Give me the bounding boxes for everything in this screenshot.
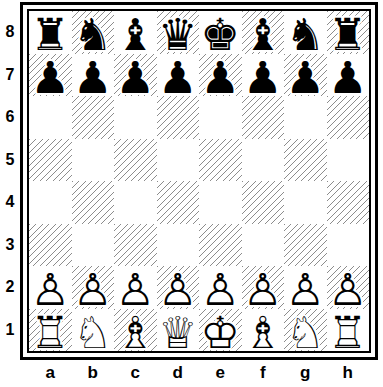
rank-label-2: 2 xyxy=(0,266,20,309)
piece-halo: ♜ xyxy=(327,11,370,54)
file-label-f: f xyxy=(242,360,285,386)
square-h7[interactable]: ♟♟ xyxy=(327,54,370,97)
piece-halo: ♝ xyxy=(242,309,285,352)
piece-glyph: ♖ xyxy=(29,309,72,352)
square-g8[interactable]: ♞♞ xyxy=(284,11,327,54)
square-b7[interactable]: ♟♟ xyxy=(72,54,115,97)
square-f1[interactable]: ♝♗ xyxy=(242,309,285,352)
square-g4[interactable] xyxy=(284,181,327,224)
square-d2[interactable]: ♟♙ xyxy=(157,266,200,309)
piece-glyph: ♟ xyxy=(157,54,200,97)
piece-glyph: ♝ xyxy=(242,11,285,54)
square-a5[interactable] xyxy=(29,139,72,182)
piece-halo: ♟ xyxy=(72,54,115,97)
piece-halo: ♝ xyxy=(242,11,285,54)
square-f7[interactable]: ♟♟ xyxy=(242,54,285,97)
piece-white-knight[interactable]: ♞♘ xyxy=(72,309,115,352)
piece-halo: ♜ xyxy=(29,309,72,352)
square-a3[interactable] xyxy=(29,224,72,267)
piece-black-knight[interactable]: ♞♞ xyxy=(284,11,327,54)
square-d6[interactable] xyxy=(157,96,200,139)
file-label-b: b xyxy=(72,360,115,386)
square-f4[interactable] xyxy=(242,181,285,224)
piece-halo: ♟ xyxy=(327,54,370,97)
square-c8[interactable]: ♝♝ xyxy=(114,11,157,54)
piece-black-queen[interactable]: ♛♛ xyxy=(157,11,200,54)
piece-glyph: ♟ xyxy=(242,54,285,97)
file-label-g: g xyxy=(284,360,327,386)
chess-board-diagram: 87654321 ♜♜♞♞♝♝♛♛♚♚♝♝♞♞♜♜♟♟♟♟♟♟♟♟♟♟♟♟♟♟♟… xyxy=(0,0,383,387)
square-b4[interactable] xyxy=(72,181,115,224)
square-b6[interactable] xyxy=(72,96,115,139)
file-label-e: e xyxy=(199,360,242,386)
piece-black-bishop[interactable]: ♝♝ xyxy=(242,11,285,54)
rank-label-6: 6 xyxy=(0,96,20,139)
piece-glyph: ♙ xyxy=(72,266,115,309)
square-h3[interactable] xyxy=(327,224,370,267)
square-a1[interactable]: ♜♖ xyxy=(29,309,72,352)
piece-glyph: ♝ xyxy=(114,11,157,54)
square-f2[interactable]: ♟♙ xyxy=(242,266,285,309)
square-d8[interactable]: ♛♛ xyxy=(157,11,200,54)
piece-halo: ♚ xyxy=(199,309,242,352)
file-label-a: a xyxy=(29,360,72,386)
piece-halo: ♛ xyxy=(157,11,200,54)
piece-glyph: ♖ xyxy=(327,309,370,352)
square-e5[interactable] xyxy=(199,139,242,182)
piece-glyph: ♟ xyxy=(327,54,370,97)
square-c6[interactable] xyxy=(114,96,157,139)
piece-halo: ♟ xyxy=(72,266,115,309)
piece-halo: ♟ xyxy=(199,54,242,97)
piece-glyph: ♟ xyxy=(29,54,72,97)
square-a2[interactable]: ♟♙ xyxy=(29,266,72,309)
piece-glyph: ♟ xyxy=(72,54,115,97)
piece-halo: ♞ xyxy=(72,11,115,54)
square-f6[interactable] xyxy=(242,96,285,139)
square-b2[interactable]: ♟♙ xyxy=(72,266,115,309)
piece-halo: ♟ xyxy=(327,266,370,309)
square-h6[interactable] xyxy=(327,96,370,139)
square-a8[interactable]: ♜♜ xyxy=(29,11,72,54)
square-d7[interactable]: ♟♟ xyxy=(157,54,200,97)
rank-label-5: 5 xyxy=(0,139,20,182)
piece-halo: ♚ xyxy=(199,11,242,54)
chess-board: ♜♜♞♞♝♝♛♛♚♚♝♝♞♞♜♜♟♟♟♟♟♟♟♟♟♟♟♟♟♟♟♟♟♙♟♙♟♙♟♙… xyxy=(29,11,369,351)
piece-halo: ♟ xyxy=(284,266,327,309)
square-g3[interactable] xyxy=(284,224,327,267)
piece-halo: ♟ xyxy=(114,54,157,97)
piece-glyph: ♙ xyxy=(199,266,242,309)
piece-halo: ♟ xyxy=(242,54,285,97)
piece-white-king[interactable]: ♚♔ xyxy=(199,309,242,352)
piece-black-pawn[interactable]: ♟♟ xyxy=(72,54,115,97)
piece-glyph: ♙ xyxy=(157,266,200,309)
piece-white-bishop[interactable]: ♝♗ xyxy=(114,309,157,352)
piece-white-queen[interactable]: ♛♕ xyxy=(157,309,200,352)
square-f5[interactable] xyxy=(242,139,285,182)
square-c3[interactable] xyxy=(114,224,157,267)
piece-white-pawn[interactable]: ♟♙ xyxy=(199,266,242,309)
piece-halo: ♟ xyxy=(284,54,327,97)
piece-black-pawn[interactable]: ♟♟ xyxy=(29,54,72,97)
piece-white-pawn[interactable]: ♟♙ xyxy=(284,266,327,309)
piece-black-rook[interactable]: ♜♜ xyxy=(29,11,72,54)
rank-label-4: 4 xyxy=(0,181,20,224)
piece-halo: ♞ xyxy=(72,309,115,352)
piece-glyph: ♔ xyxy=(199,309,242,352)
piece-halo: ♜ xyxy=(327,309,370,352)
square-e4[interactable] xyxy=(199,181,242,224)
square-g5[interactable] xyxy=(284,139,327,182)
piece-halo: ♜ xyxy=(29,11,72,54)
square-h4[interactable] xyxy=(327,181,370,224)
piece-glyph: ♟ xyxy=(114,54,157,97)
piece-white-pawn[interactable]: ♟♙ xyxy=(72,266,115,309)
square-f3[interactable] xyxy=(242,224,285,267)
square-h1[interactable]: ♜♖ xyxy=(327,309,370,352)
piece-glyph: ♗ xyxy=(242,309,285,352)
piece-glyph: ♙ xyxy=(284,266,327,309)
piece-glyph: ♚ xyxy=(199,11,242,54)
piece-glyph: ♙ xyxy=(114,266,157,309)
square-a4[interactable] xyxy=(29,181,72,224)
piece-black-pawn[interactable]: ♟♟ xyxy=(157,54,200,97)
file-label-h: h xyxy=(327,360,370,386)
piece-black-pawn[interactable]: ♟♟ xyxy=(242,54,285,97)
square-h8[interactable]: ♜♜ xyxy=(327,11,370,54)
piece-glyph: ♛ xyxy=(157,11,200,54)
piece-glyph: ♜ xyxy=(29,11,72,54)
piece-halo: ♟ xyxy=(199,266,242,309)
square-d1[interactable]: ♛♕ xyxy=(157,309,200,352)
board-frame: ♜♜♞♞♝♝♛♛♚♚♝♝♞♞♜♜♟♟♟♟♟♟♟♟♟♟♟♟♟♟♟♟♟♙♟♙♟♙♟♙… xyxy=(20,2,378,360)
square-c5[interactable] xyxy=(114,139,157,182)
square-c1[interactable]: ♝♗ xyxy=(114,309,157,352)
square-a6[interactable] xyxy=(29,96,72,139)
piece-white-pawn[interactable]: ♟♙ xyxy=(29,266,72,309)
rank-label-8: 8 xyxy=(0,11,20,54)
piece-glyph: ♙ xyxy=(29,266,72,309)
piece-halo: ♛ xyxy=(157,309,200,352)
square-b3[interactable] xyxy=(72,224,115,267)
piece-glyph: ♟ xyxy=(199,54,242,97)
piece-white-rook[interactable]: ♜♖ xyxy=(29,309,72,352)
square-c7[interactable]: ♟♟ xyxy=(114,54,157,97)
piece-black-pawn[interactable]: ♟♟ xyxy=(114,54,157,97)
piece-black-pawn[interactable]: ♟♟ xyxy=(327,54,370,97)
board-inner-border: ♜♜♞♞♝♝♛♛♚♚♝♝♞♞♜♜♟♟♟♟♟♟♟♟♟♟♟♟♟♟♟♟♟♙♟♙♟♙♟♙… xyxy=(27,9,371,353)
piece-glyph: ♜ xyxy=(327,11,370,54)
square-e3[interactable] xyxy=(199,224,242,267)
file-label-d: d xyxy=(157,360,200,386)
piece-black-king[interactable]: ♚♚ xyxy=(199,11,242,54)
piece-halo: ♞ xyxy=(284,309,327,352)
square-c2[interactable]: ♟♙ xyxy=(114,266,157,309)
square-b1[interactable]: ♞♘ xyxy=(72,309,115,352)
piece-black-pawn[interactable]: ♟♟ xyxy=(284,54,327,97)
piece-white-rook[interactable]: ♜♖ xyxy=(327,309,370,352)
rank-labels: 87654321 xyxy=(0,11,20,351)
square-c4[interactable] xyxy=(114,181,157,224)
piece-halo: ♟ xyxy=(29,266,72,309)
square-b8[interactable]: ♞♞ xyxy=(72,11,115,54)
square-e1[interactable]: ♚♔ xyxy=(199,309,242,352)
square-a7[interactable]: ♟♟ xyxy=(29,54,72,97)
piece-white-pawn[interactable]: ♟♙ xyxy=(114,266,157,309)
square-b5[interactable] xyxy=(72,139,115,182)
piece-glyph: ♗ xyxy=(114,309,157,352)
square-d4[interactable] xyxy=(157,181,200,224)
piece-glyph: ♙ xyxy=(327,266,370,309)
square-e2[interactable]: ♟♙ xyxy=(199,266,242,309)
square-h5[interactable] xyxy=(327,139,370,182)
rank-label-3: 3 xyxy=(0,224,20,267)
square-d5[interactable] xyxy=(157,139,200,182)
square-d3[interactable] xyxy=(157,224,200,267)
piece-glyph: ♞ xyxy=(284,11,327,54)
piece-glyph: ♞ xyxy=(72,11,115,54)
square-g1[interactable]: ♞♘ xyxy=(284,309,327,352)
piece-white-pawn[interactable]: ♟♙ xyxy=(327,266,370,309)
square-g2[interactable]: ♟♙ xyxy=(284,266,327,309)
square-g6[interactable] xyxy=(284,96,327,139)
square-g7[interactable]: ♟♟ xyxy=(284,54,327,97)
square-e8[interactable]: ♚♚ xyxy=(199,11,242,54)
piece-black-knight[interactable]: ♞♞ xyxy=(72,11,115,54)
piece-halo: ♟ xyxy=(29,54,72,97)
piece-halo: ♝ xyxy=(114,11,157,54)
piece-glyph: ♟ xyxy=(284,54,327,97)
rank-label-1: 1 xyxy=(0,309,20,352)
piece-white-bishop[interactable]: ♝♗ xyxy=(242,309,285,352)
square-f8[interactable]: ♝♝ xyxy=(242,11,285,54)
piece-glyph: ♘ xyxy=(284,309,327,352)
file-label-c: c xyxy=(114,360,157,386)
square-e6[interactable] xyxy=(199,96,242,139)
piece-halo: ♟ xyxy=(114,266,157,309)
piece-halo: ♟ xyxy=(157,54,200,97)
file-labels: abcdefgh xyxy=(29,360,369,386)
piece-white-pawn[interactable]: ♟♙ xyxy=(242,266,285,309)
piece-halo: ♟ xyxy=(242,266,285,309)
piece-halo: ♝ xyxy=(114,309,157,352)
piece-black-rook[interactable]: ♜♜ xyxy=(327,11,370,54)
piece-black-bishop[interactable]: ♝♝ xyxy=(114,11,157,54)
piece-halo: ♞ xyxy=(284,11,327,54)
square-e7[interactable]: ♟♟ xyxy=(199,54,242,97)
square-h2[interactable]: ♟♙ xyxy=(327,266,370,309)
piece-white-knight[interactable]: ♞♘ xyxy=(284,309,327,352)
piece-white-pawn[interactable]: ♟♙ xyxy=(157,266,200,309)
piece-glyph: ♙ xyxy=(242,266,285,309)
piece-glyph: ♘ xyxy=(72,309,115,352)
rank-label-7: 7 xyxy=(0,54,20,97)
piece-black-pawn[interactable]: ♟♟ xyxy=(199,54,242,97)
piece-halo: ♟ xyxy=(157,266,200,309)
piece-glyph: ♕ xyxy=(157,309,200,352)
